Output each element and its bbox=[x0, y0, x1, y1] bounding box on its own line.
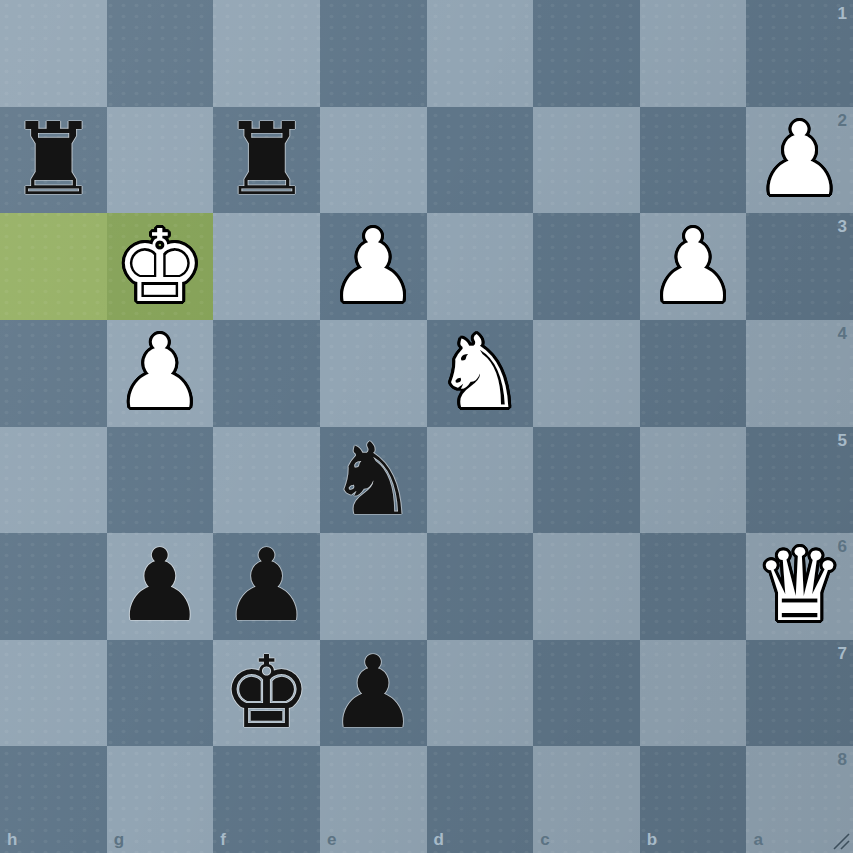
square-e6[interactable] bbox=[320, 533, 427, 640]
square-h3[interactable] bbox=[0, 213, 107, 320]
rank-label-8: 8 bbox=[838, 750, 847, 770]
square-a6[interactable]: ♛6 bbox=[746, 533, 853, 640]
square-b4[interactable] bbox=[640, 320, 747, 427]
square-f1[interactable] bbox=[213, 0, 320, 107]
rank-label-4: 4 bbox=[838, 324, 847, 344]
rank-label-2: 2 bbox=[838, 111, 847, 131]
square-c5[interactable] bbox=[533, 427, 640, 534]
square-a2[interactable]: ♟2 bbox=[746, 107, 853, 214]
square-d5[interactable] bbox=[427, 427, 534, 534]
square-a7[interactable]: 7 bbox=[746, 640, 853, 747]
square-h6[interactable] bbox=[0, 533, 107, 640]
square-h4[interactable] bbox=[0, 320, 107, 427]
square-g2[interactable] bbox=[107, 107, 214, 214]
square-b7[interactable] bbox=[640, 640, 747, 747]
square-c2[interactable] bbox=[533, 107, 640, 214]
square-d7[interactable] bbox=[427, 640, 534, 747]
square-c8[interactable]: c bbox=[533, 746, 640, 853]
square-a3[interactable]: 3 bbox=[746, 213, 853, 320]
rank-label-1: 1 bbox=[838, 4, 847, 24]
square-f5[interactable] bbox=[213, 427, 320, 534]
rank-label-3: 3 bbox=[838, 217, 847, 237]
file-label-e: e bbox=[327, 830, 336, 850]
square-f6[interactable]: ♟ bbox=[213, 533, 320, 640]
square-g3[interactable]: ♚ bbox=[107, 213, 214, 320]
square-g5[interactable] bbox=[107, 427, 214, 534]
square-h5[interactable] bbox=[0, 427, 107, 534]
file-label-f: f bbox=[220, 830, 226, 850]
square-c6[interactable] bbox=[533, 533, 640, 640]
board-resize-handle-icon[interactable] bbox=[829, 829, 851, 851]
square-d3[interactable] bbox=[427, 213, 534, 320]
square-c3[interactable] bbox=[533, 213, 640, 320]
square-e1[interactable] bbox=[320, 0, 427, 107]
black-pawn[interactable]: ♟ bbox=[213, 533, 320, 640]
square-a5[interactable]: 5 bbox=[746, 427, 853, 534]
square-b8[interactable]: b bbox=[640, 746, 747, 853]
square-h7[interactable] bbox=[0, 640, 107, 747]
square-f4[interactable] bbox=[213, 320, 320, 427]
file-label-h: h bbox=[7, 830, 17, 850]
chess-board: 1♜♜♟2♚♟♟3♟♞4♞5♟♟♛6♚♟7hgfedcb8a bbox=[0, 0, 853, 853]
square-c7[interactable] bbox=[533, 640, 640, 747]
white-pawn[interactable]: ♟ bbox=[107, 320, 214, 427]
square-a8[interactable]: 8a bbox=[746, 746, 853, 853]
black-knight[interactable]: ♞ bbox=[320, 427, 427, 534]
square-g7[interactable] bbox=[107, 640, 214, 747]
square-b6[interactable] bbox=[640, 533, 747, 640]
white-pawn[interactable]: ♟ bbox=[640, 213, 747, 320]
square-b1[interactable] bbox=[640, 0, 747, 107]
rank-label-7: 7 bbox=[838, 644, 847, 664]
black-rook[interactable]: ♜ bbox=[213, 107, 320, 214]
square-d6[interactable] bbox=[427, 533, 534, 640]
file-label-b: b bbox=[647, 830, 657, 850]
square-f2[interactable]: ♜ bbox=[213, 107, 320, 214]
black-pawn[interactable]: ♟ bbox=[320, 640, 427, 747]
square-b3[interactable]: ♟ bbox=[640, 213, 747, 320]
square-g1[interactable] bbox=[107, 0, 214, 107]
square-c4[interactable] bbox=[533, 320, 640, 427]
black-pawn[interactable]: ♟ bbox=[107, 533, 214, 640]
black-king[interactable]: ♚ bbox=[213, 640, 320, 747]
square-g6[interactable]: ♟ bbox=[107, 533, 214, 640]
square-h2[interactable]: ♜ bbox=[0, 107, 107, 214]
square-g4[interactable]: ♟ bbox=[107, 320, 214, 427]
square-d1[interactable] bbox=[427, 0, 534, 107]
square-b5[interactable] bbox=[640, 427, 747, 534]
white-knight[interactable]: ♞ bbox=[427, 320, 534, 427]
file-label-c: c bbox=[540, 830, 549, 850]
square-e4[interactable] bbox=[320, 320, 427, 427]
square-d2[interactable] bbox=[427, 107, 534, 214]
black-rook[interactable]: ♜ bbox=[0, 107, 107, 214]
square-d4[interactable]: ♞ bbox=[427, 320, 534, 427]
square-b2[interactable] bbox=[640, 107, 747, 214]
square-a4[interactable]: 4 bbox=[746, 320, 853, 427]
square-e2[interactable] bbox=[320, 107, 427, 214]
square-e5[interactable]: ♞ bbox=[320, 427, 427, 534]
square-c1[interactable] bbox=[533, 0, 640, 107]
square-a1[interactable]: 1 bbox=[746, 0, 853, 107]
rank-label-5: 5 bbox=[838, 431, 847, 451]
square-h8[interactable]: h bbox=[0, 746, 107, 853]
square-e8[interactable]: e bbox=[320, 746, 427, 853]
square-e7[interactable]: ♟ bbox=[320, 640, 427, 747]
square-g8[interactable]: g bbox=[107, 746, 214, 853]
file-label-d: d bbox=[434, 830, 444, 850]
file-label-g: g bbox=[114, 830, 124, 850]
file-label-a: a bbox=[753, 830, 762, 850]
white-pawn[interactable]: ♟ bbox=[320, 213, 427, 320]
square-d8[interactable]: d bbox=[427, 746, 534, 853]
square-e3[interactable]: ♟ bbox=[320, 213, 427, 320]
square-f8[interactable]: f bbox=[213, 746, 320, 853]
white-king[interactable]: ♚ bbox=[107, 213, 214, 320]
rank-label-6: 6 bbox=[838, 537, 847, 557]
square-f3[interactable] bbox=[213, 213, 320, 320]
square-f7[interactable]: ♚ bbox=[213, 640, 320, 747]
square-h1[interactable] bbox=[0, 0, 107, 107]
